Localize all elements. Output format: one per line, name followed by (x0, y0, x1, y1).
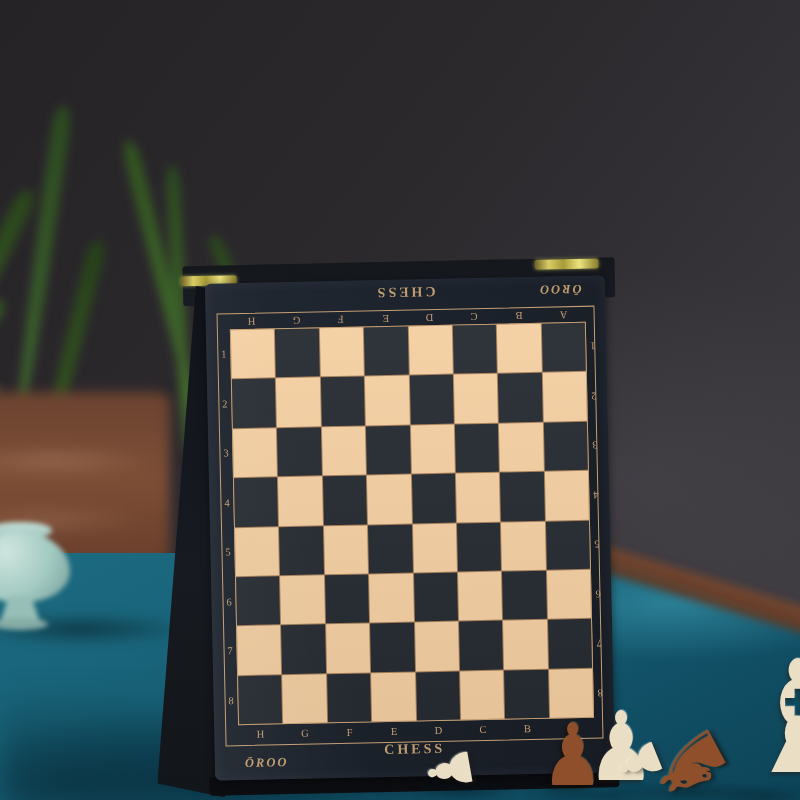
vase-base (0, 618, 48, 630)
square-g3 (277, 427, 321, 476)
coordinate-label: D (426, 312, 434, 323)
square-a6 (547, 570, 591, 619)
square-d8 (416, 671, 460, 720)
coordinate-label: 1 (221, 349, 226, 360)
coordinate-label: E (391, 726, 398, 737)
square-c2 (454, 374, 498, 423)
square-d3 (410, 424, 454, 473)
coordinate-label: G (301, 728, 309, 739)
coordinate-label: H (257, 729, 265, 740)
coordinate-label: E (382, 313, 389, 324)
square-d1 (408, 326, 452, 375)
square-g6 (280, 575, 324, 624)
coordinate-label: 4 (593, 489, 598, 500)
coordinate-label: H (248, 316, 256, 327)
square-e6 (369, 573, 413, 622)
square-d6 (413, 572, 457, 621)
coordinate-label: G (293, 315, 301, 326)
square-f7 (326, 624, 370, 673)
coordinate-label: 5 (594, 539, 599, 550)
square-e4 (367, 475, 411, 524)
hinge-icon (534, 259, 598, 270)
square-g7 (281, 625, 325, 674)
chess-board-face: CHESS ŌROO HGFEDCBA 12345678 12345678 HG… (205, 275, 615, 780)
square-b5 (501, 521, 545, 570)
coordinate-label: 1 (590, 341, 595, 352)
square-a5 (546, 520, 590, 569)
board-grid (230, 322, 594, 725)
coordinate-label: 8 (228, 695, 233, 706)
square-c7 (459, 621, 503, 670)
square-b7 (503, 620, 547, 669)
square-g4 (278, 476, 322, 525)
chess-box: CHESS ŌROO HGFEDCBA 12345678 12345678 HG… (142, 251, 631, 800)
square-g1 (275, 328, 319, 377)
square-d5 (412, 523, 456, 572)
coordinate-label: 8 (597, 687, 602, 698)
coordinate-label: B (524, 723, 531, 734)
square-c8 (460, 670, 504, 719)
square-h8 (238, 675, 282, 724)
square-b4 (500, 472, 544, 521)
coordinate-label: 2 (222, 398, 227, 409)
square-d2 (409, 375, 453, 424)
coordinate-label: C (479, 724, 486, 735)
square-a3 (543, 422, 587, 471)
square-f2 (321, 377, 365, 426)
square-g2 (276, 378, 320, 427)
square-e2 (365, 376, 409, 425)
square-h3 (233, 428, 277, 477)
square-a1 (541, 323, 585, 372)
square-f5 (324, 525, 368, 574)
piece-shadow (716, 788, 800, 800)
coordinate-label: 7 (227, 646, 232, 657)
square-e5 (368, 524, 412, 573)
coordinate-label: 5 (225, 547, 230, 558)
coordinate-label: F (347, 727, 353, 738)
square-d7 (415, 622, 459, 671)
square-e3 (366, 425, 410, 474)
coordinate-label: 7 (596, 638, 601, 649)
coordinate-label: 6 (595, 588, 600, 599)
square-c6 (458, 571, 502, 620)
square-f6 (325, 574, 369, 623)
brand-logo-bottom: ŌROO (245, 755, 289, 771)
coordinate-label: F (338, 314, 344, 325)
square-b1 (497, 324, 541, 373)
square-b3 (499, 422, 543, 471)
piece-shadow (414, 784, 514, 800)
square-f1 (320, 327, 364, 376)
square-b6 (502, 571, 546, 620)
square-c3 (455, 423, 499, 472)
square-a2 (542, 372, 586, 421)
coordinate-label: 2 (591, 390, 596, 401)
square-c1 (453, 325, 497, 374)
square-e8 (371, 672, 415, 721)
square-h6 (236, 576, 280, 625)
square-f3 (322, 426, 366, 475)
coordinate-label: 4 (224, 497, 229, 508)
square-h4 (234, 477, 278, 526)
square-d4 (411, 474, 455, 523)
product-photo-scene: CHESS ŌROO HGFEDCBA 12345678 12345678 HG… (0, 0, 800, 800)
square-h7 (237, 626, 281, 675)
square-e1 (364, 327, 408, 376)
square-c5 (457, 522, 501, 571)
square-g5 (279, 526, 323, 575)
coordinate-label: D (435, 725, 443, 736)
square-a7 (548, 619, 592, 668)
coordinate-label: 3 (592, 440, 597, 451)
square-a4 (545, 471, 589, 520)
coordinate-label: 6 (226, 596, 231, 607)
brand-logo-top: ŌROO (537, 281, 581, 297)
square-f4 (323, 476, 367, 525)
square-c4 (456, 473, 500, 522)
square-h5 (235, 527, 279, 576)
square-h1 (231, 329, 275, 378)
coordinate-label: A (568, 722, 576, 733)
square-f8 (327, 673, 371, 722)
celadon-vase (0, 522, 70, 632)
square-a8 (549, 668, 593, 717)
coordinate-label: B (515, 310, 522, 321)
square-b8 (504, 669, 548, 718)
square-b2 (498, 373, 542, 422)
coordinate-label: A (559, 309, 567, 320)
square-g8 (282, 674, 326, 723)
square-e7 (370, 623, 414, 672)
square-h2 (232, 379, 276, 428)
coordinate-label: C (471, 311, 478, 322)
vase-body (0, 532, 70, 602)
coordinate-label: 3 (223, 448, 228, 459)
